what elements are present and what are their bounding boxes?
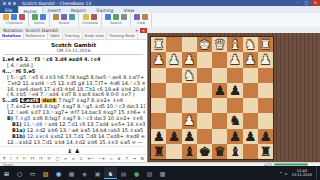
annotation-symbol-button[interactable]: ↑ xyxy=(125,156,128,161)
search-icon[interactable]: ○ xyxy=(13,167,26,179)
move-list: 1.e4 e5 2.♘f3 ♘c6 3.d4 exd4 4.♗c4[ 4.♘xd… xyxy=(0,56,147,146)
white-knight-piece: ♞ xyxy=(182,68,197,83)
ribbon-icon-board-1[interactable] xyxy=(61,14,67,20)
tab-table[interactable]: Table xyxy=(48,33,63,39)
window-title: Scotch Gambit - ChessBase 13 xyxy=(22,1,293,6)
ribbon-icon-game-0[interactable] xyxy=(32,14,38,20)
move-token[interactable]: 7.fxg7 ♗xg7 8.♕e2+ ♗e6 xyxy=(57,98,123,103)
annotation-symbol-button[interactable]: ± xyxy=(71,156,74,161)
white-pawn-piece: ♟ xyxy=(182,52,197,67)
ribbon-group-label: View xyxy=(137,21,145,25)
move-token[interactable]: 12.♕xc4 xyxy=(27,134,48,139)
annotation-symbol-button[interactable]: ? xyxy=(16,156,18,161)
ribbon-icon-view-1[interactable] xyxy=(142,14,148,20)
board-square[interactable] xyxy=(166,98,181,113)
board-square[interactable]: ♟ xyxy=(227,83,242,98)
board-square[interactable] xyxy=(151,83,166,98)
move-token[interactable]: 16.♗xe6 dxe6 17.♕d3 ♔b6 18.♖b1 c6 19.a4 … xyxy=(7,87,145,92)
black-rook-piece: ♜ xyxy=(151,144,166,159)
selected-move[interactable]: 6.exf6 xyxy=(20,98,40,103)
board-square[interactable] xyxy=(197,68,212,83)
ribbon-tab-insert[interactable]: Insert xyxy=(43,6,66,13)
ribbon-group-view: View xyxy=(131,13,152,27)
board-square[interactable] xyxy=(258,83,273,98)
move-token[interactable]: ♕d6 8.fxg7 ♗xg7 9.♘c3 dxc3 10.♕e2+ ♗e6 1… xyxy=(30,116,145,121)
board-square[interactable] xyxy=(227,98,242,113)
board-square[interactable] xyxy=(151,98,166,113)
screen: { "game": "chess", "position": { "fen": … xyxy=(0,0,320,180)
notation-line: 12...♕xb2 13.♖d1 ♕b4 14.♗d2 ♕b6 15.♗e3 ♕… xyxy=(2,140,145,146)
board-square[interactable]: ♟ xyxy=(243,52,258,67)
board-square[interactable] xyxy=(151,68,166,83)
white-pawn-piece: ♟ xyxy=(182,113,197,128)
annotation-symbol-button[interactable]: # xyxy=(117,156,120,161)
move-token[interactable]: 12...♕xb2 13.♖d1 ♕b4 14.♗d2 ♕b6 15.♗e3 ♕… xyxy=(7,140,142,145)
board-square[interactable] xyxy=(212,52,227,67)
material-piece-icon: ♟ xyxy=(75,147,80,154)
board-square[interactable] xyxy=(166,68,181,83)
board-square[interactable]: ♝ xyxy=(182,144,197,159)
progress-fill xyxy=(275,164,307,165)
move-token[interactable]: ♘xd4 12.♖d1 c6 13.♖xd4 ♕e5+ 14.♗e3 ♕xe4 … xyxy=(42,122,145,127)
ribbon-icon-clipboard-2[interactable] xyxy=(19,14,25,20)
black-pawn-piece: ♟ xyxy=(166,129,181,144)
board-square[interactable] xyxy=(243,113,258,128)
black-pawn-piece: ♟ xyxy=(227,129,242,144)
tab-training-book[interactable]: Training Book xyxy=(107,33,138,39)
board-square[interactable]: ♟ xyxy=(212,83,227,98)
highlighted-move[interactable]: dxc4 xyxy=(41,98,56,103)
tray-icon[interactable]: ^ xyxy=(279,171,282,176)
annotation-symbol-button[interactable]: ∞ xyxy=(64,156,67,161)
black-pawn-piece: ♟ xyxy=(182,129,197,144)
ribbon-tab-report[interactable]: Report xyxy=(66,6,91,13)
move-token[interactable]: 12.♗d2 ♕b6 13.♘a4 ♕a5 14.b4 cxb3 15.♗xa5… xyxy=(27,128,145,133)
annotation-symbol-button[interactable]: = xyxy=(109,156,112,161)
ribbon-group-label: Clipboard xyxy=(6,21,23,25)
app-icon-1[interactable]: ▦ xyxy=(65,167,78,179)
board-square[interactable] xyxy=(243,83,258,98)
file-explorer-icon[interactable]: ▨ xyxy=(39,167,52,179)
black-pawn-piece: ♟ xyxy=(212,83,227,98)
move-token[interactable]: [ 7.♕e2+ ♗e6 8.fxg7 ♗xg7 9.♘g5 ♕d5 10.♘c… xyxy=(7,104,145,109)
annotation-symbol-button[interactable]: !! xyxy=(23,156,26,161)
annotation-symbol-button[interactable]: ?! xyxy=(47,156,51,161)
ribbon-icon-game-1[interactable] xyxy=(40,14,46,20)
black-pawn-piece: ♟ xyxy=(258,129,273,144)
tray-icon[interactable]: ≈ xyxy=(284,171,287,176)
ribbon-icon-annotate-1[interactable] xyxy=(91,14,97,20)
board-square[interactable] xyxy=(182,98,197,113)
chess-board: ♜♚♛♝♞♜♟♟♟♟♟♟♞♟♟♟♞♟♟♟♟♟♟♜♝♚♛♝♜ xyxy=(150,36,274,160)
move-token[interactable]: B1) xyxy=(12,122,23,127)
black-bishop-piece: ♝ xyxy=(182,144,197,159)
start-button[interactable]: ⊞ xyxy=(0,167,13,179)
white-knight-piece: ♞ xyxy=(243,37,258,52)
ribbon-group-label: Game xyxy=(34,21,44,25)
ribbon-tab-view[interactable]: View xyxy=(118,6,139,13)
white-pawn-piece: ♟ xyxy=(243,52,258,67)
board-square[interactable] xyxy=(212,98,227,113)
board-square[interactable] xyxy=(258,113,273,128)
board-square[interactable]: ♟ xyxy=(182,52,197,67)
annotation-symbol-button[interactable]: !? xyxy=(39,156,43,161)
system-tray: ^≈12:4323-11-2016 xyxy=(279,167,320,179)
board-square[interactable] xyxy=(166,83,181,98)
white-queen-piece: ♛ xyxy=(212,37,227,52)
move-token[interactable]: 11.♘d4 xyxy=(23,122,42,127)
browser-icon[interactable]: ● xyxy=(52,167,65,179)
board-square[interactable]: ♟ xyxy=(166,129,181,144)
ribbon-icon-search-0[interactable] xyxy=(105,14,111,20)
move-token[interactable]: [ 4.♘xd4 ] xyxy=(7,63,33,68)
board-square[interactable] xyxy=(243,98,258,113)
taskbar: ⊞○▭▨●▦◆▣♞▤●▧■^≈12:4323-11-2016 xyxy=(0,166,320,180)
pane-close-button[interactable]: ✕ xyxy=(140,28,147,33)
board-square[interactable]: ♜ xyxy=(258,37,273,52)
board-square[interactable] xyxy=(212,113,227,128)
ribbon-icon-clipboard-0[interactable] xyxy=(3,14,9,20)
board-square[interactable] xyxy=(227,68,242,83)
move-token[interactable]: B1a) xyxy=(12,128,27,133)
board-square[interactable] xyxy=(243,68,258,83)
board-square[interactable]: ♚ xyxy=(197,144,212,159)
notation-pane: NotationReferenceTableTrainingBook start… xyxy=(0,33,148,162)
material-balance: ♝♟ xyxy=(0,146,147,154)
board-square[interactable] xyxy=(197,98,212,113)
tab-reference[interactable]: Reference xyxy=(24,33,48,39)
board-square[interactable] xyxy=(166,37,181,52)
app-icon-4[interactable]: ▤ xyxy=(117,167,130,179)
board-square[interactable] xyxy=(197,129,212,144)
board-square[interactable] xyxy=(151,113,166,128)
black-bishop-piece: ♝ xyxy=(227,144,242,159)
tab-training[interactable]: Training xyxy=(63,33,83,39)
white-pawn-piece: ♟ xyxy=(151,52,166,67)
board-square[interactable] xyxy=(182,37,197,52)
move-token[interactable]: ♕xb2 13.♖d1 ♖d8 14.♖xd8+ ♔xd8 = xyxy=(48,134,145,139)
black-rook-piece: ♜ xyxy=(258,144,273,159)
ribbon-group-board: Board xyxy=(50,13,79,27)
tab-book-start[interactable]: Book start xyxy=(83,33,108,39)
move-token[interactable]: 7.♗g5 xyxy=(15,116,31,121)
board-square[interactable]: ♚ xyxy=(197,37,212,52)
chessbase-icon[interactable]: ♞ xyxy=(104,167,117,179)
board-square[interactable]: ♟ xyxy=(151,52,166,67)
annotation-symbol-button[interactable]: → xyxy=(133,156,136,161)
board-square[interactable]: ♟ xyxy=(258,52,273,67)
board-square[interactable]: ♝ xyxy=(227,144,242,159)
board-square[interactable] xyxy=(197,83,212,98)
move-token[interactable]: 1.e4 e5 2.♘f3 ♘c6 3.d4 exd4 4.♗c4 xyxy=(2,57,100,62)
show-desktop-button[interactable] xyxy=(316,167,320,179)
move-token[interactable]: B) xyxy=(7,116,15,121)
move-token[interactable]: 5...d5 xyxy=(2,98,20,103)
move-token[interactable]: [ 5.♘g5 ♘e5 6.♗b3 h6 7.f4 hxg5 8.fxe5 ♘x… xyxy=(7,75,145,80)
board-square[interactable] xyxy=(166,144,181,159)
game-header: Scotch Gambit CM 23.11.2016 xyxy=(0,42,147,55)
ribbon: ClipboardGameBoardAnnotateSearchView xyxy=(0,13,320,28)
board-square[interactable]: ♜ xyxy=(258,144,273,159)
white-bishop-piece: ♝ xyxy=(227,37,242,52)
annotation-symbol-button[interactable]: ∓ xyxy=(79,156,82,161)
ribbon-group-annotate: Annotate xyxy=(79,13,102,27)
pane-pin-button[interactable]: ▾ xyxy=(133,28,140,33)
ribbon-icon-board-0[interactable] xyxy=(53,14,59,20)
annotation-symbol-button[interactable]: □ xyxy=(55,156,59,161)
board-square[interactable] xyxy=(166,113,181,128)
ribbon-tab-row: FileHomeInsertReportTrainingView xyxy=(0,6,320,13)
app-icon-3[interactable]: ▣ xyxy=(91,167,104,179)
material-piece-icon: ♝ xyxy=(67,147,72,154)
board-square[interactable]: ♟ xyxy=(227,129,242,144)
ribbon-group-clipboard: Clipboard xyxy=(0,13,29,27)
board-square[interactable] xyxy=(243,144,258,159)
board-square[interactable] xyxy=(197,52,212,67)
board-square[interactable]: ♛ xyxy=(212,144,227,159)
ribbon-tab-file[interactable]: File xyxy=(0,6,18,13)
board-square[interactable] xyxy=(212,129,227,144)
app-icon-7[interactable]: ■ xyxy=(156,167,169,179)
ribbon-tab-home[interactable]: Home xyxy=(18,6,43,13)
app-icon-5[interactable]: ● xyxy=(130,167,143,179)
task-view-icon[interactable]: ▭ xyxy=(26,167,39,179)
board-square[interactable]: ♞ xyxy=(227,113,242,128)
black-queen-piece: ♛ xyxy=(212,144,227,159)
black-king-piece: ♚ xyxy=(197,144,212,159)
board-square[interactable]: ♟ xyxy=(227,52,242,67)
annotation-symbol-button[interactable]: T xyxy=(3,156,5,161)
board-square[interactable] xyxy=(258,98,273,113)
annotation-symbol-button[interactable]: ! xyxy=(10,156,12,161)
clock-date: 23-11-2016 xyxy=(292,173,312,177)
ribbon-icon-search-1[interactable] xyxy=(113,14,119,20)
board-square[interactable] xyxy=(258,68,273,83)
ribbon-group-search: Search xyxy=(102,13,131,27)
board-square[interactable]: ♜ xyxy=(151,37,166,52)
game-date: CM 23.11.2016 xyxy=(0,48,147,53)
white-pawn-piece: ♟ xyxy=(227,52,242,67)
board-square[interactable]: ♟ xyxy=(258,129,273,144)
black-pawn-piece: ♟ xyxy=(243,129,258,144)
board-window: ♜♚♛♝♞♜♟♟♟♟♟♟♞♟♟♟♞♟♟♟♟♟♟♜♝♚♛♝♜ xyxy=(148,33,320,162)
board-square[interactable]: ♟ xyxy=(243,129,258,144)
board-square[interactable]: ♞ xyxy=(182,68,197,83)
board-square[interactable]: ♟ xyxy=(182,129,197,144)
board-square[interactable]: ♟ xyxy=(182,113,197,128)
white-rook-piece: ♜ xyxy=(151,37,166,52)
ribbon-group-label: Board xyxy=(59,21,69,25)
quick-access-toolbar[interactable] xyxy=(3,2,16,5)
annotation-symbol-button[interactable]: N xyxy=(141,156,144,161)
board-square[interactable]: ♛ xyxy=(212,37,227,52)
ribbon-icon-view-0[interactable] xyxy=(134,14,140,20)
board-square[interactable]: ♞ xyxy=(243,37,258,52)
move-token[interactable]: 12.♘xe6 ♕d7 13.♘xg7+ ♔f7 14.bxc3 ♔xg7 15… xyxy=(7,110,145,115)
ribbon-icon-clipboard-1[interactable] xyxy=(11,14,17,20)
move-token[interactable]: ♖xh2 11.♕xd4 ♘c5 12.♗d5 g4 13.♖f7+ ♔d6 1… xyxy=(7,81,145,86)
ribbon-group-label: Search xyxy=(110,21,122,25)
taskbar-clock[interactable]: 12:4323-11-2016 xyxy=(292,169,312,177)
board-square[interactable]: ♜ xyxy=(151,144,166,159)
white-pawn-piece: ♟ xyxy=(258,52,273,67)
app-icon-2[interactable]: ◆ xyxy=(78,167,91,179)
annotation-symbol-button[interactable]: ?? xyxy=(30,156,34,161)
tab-notation[interactable]: Notation xyxy=(0,33,24,39)
white-rook-piece: ♜ xyxy=(258,37,273,52)
app-icon-6[interactable]: ▧ xyxy=(143,167,156,179)
notation-caption: Notation: Scotch Gambit xyxy=(3,28,58,33)
annotation-symbol-button[interactable]: +− xyxy=(87,156,94,161)
ribbon-group-game: Game xyxy=(29,13,50,27)
annotation-symbol-bar: T!?!!??!??!□∞±∓+−−+=#↑→N xyxy=(0,154,147,162)
black-knight-piece: ♞ xyxy=(227,113,242,128)
black-pawn-piece: ♟ xyxy=(151,129,166,144)
ribbon-icon-annotate-0[interactable] xyxy=(83,14,89,20)
ribbon-icon-search-2[interactable] xyxy=(121,14,127,20)
white-pawn-piece: ♟ xyxy=(166,52,181,67)
board-square[interactable] xyxy=(212,68,227,83)
ribbon-group-label: Annotate xyxy=(82,21,98,25)
ribbon-icon-board-2[interactable] xyxy=(69,14,75,20)
board-square[interactable]: ♟ xyxy=(166,52,181,67)
board-square[interactable] xyxy=(197,113,212,128)
move-token[interactable]: B1b) xyxy=(12,134,27,139)
notation-tabs: NotationReferenceTableTrainingBook start… xyxy=(0,33,147,40)
ribbon-tab-training[interactable]: Training xyxy=(91,6,119,13)
board-square[interactable]: ♟ xyxy=(151,129,166,144)
black-pawn-piece: ♟ xyxy=(227,83,242,98)
board-square[interactable]: ♝ xyxy=(227,37,242,52)
white-king-piece: ♚ xyxy=(197,37,212,52)
annotation-symbol-button[interactable]: −+ xyxy=(98,156,105,161)
move-token[interactable]: 4...♘f6 5.e5 xyxy=(2,69,35,74)
move-token[interactable]: ( 6.♗b5 ♘e4 7.♘xd4 ♗d7 8.♗xc6 bxc6 9.0-0… xyxy=(7,92,135,97)
board-square[interactable] xyxy=(182,83,197,98)
